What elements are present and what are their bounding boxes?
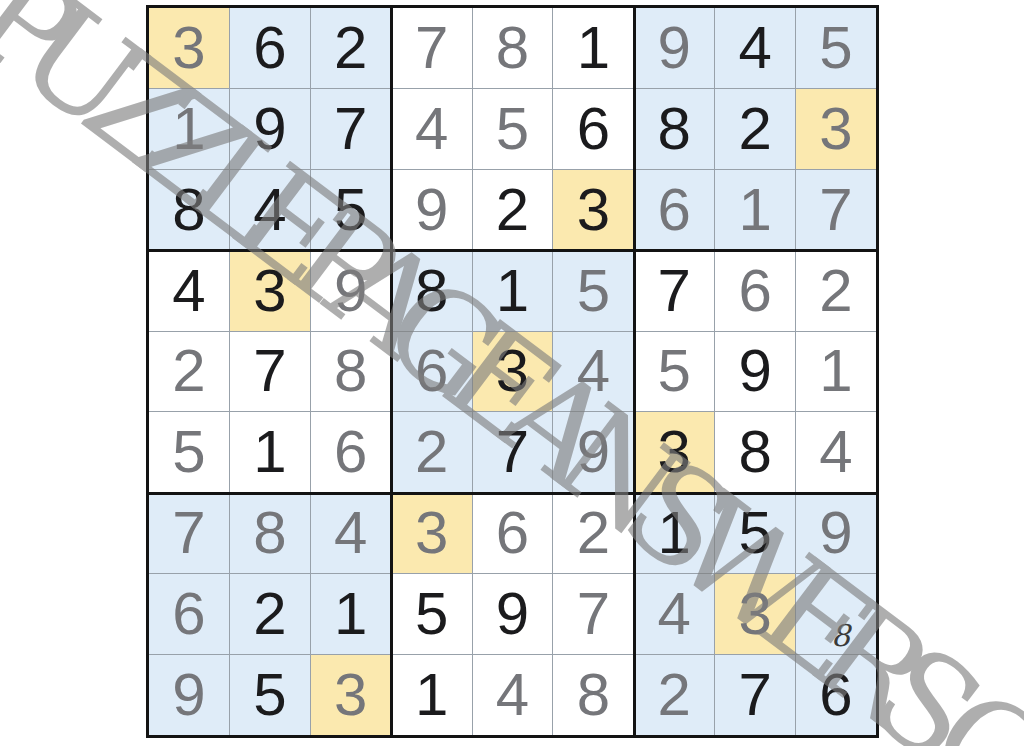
given-digit: 4 (253, 180, 286, 240)
given-digit: 8 (415, 261, 448, 321)
cell-r9c7[interactable]: 2 (634, 655, 714, 735)
given-digit: 1 (577, 18, 610, 78)
cell-r6c3[interactable]: 6 (311, 412, 391, 492)
cell-r8c4[interactable]: 5 (392, 574, 472, 654)
cell-r1c2[interactable]: 6 (230, 8, 310, 88)
cell-r4c9[interactable]: 2 (796, 251, 876, 331)
answer-digit: 2 (819, 261, 852, 321)
given-digit: 9 (253, 99, 286, 159)
cell-r5c1[interactable]: 2 (149, 332, 229, 412)
answer-digit: 3 (172, 18, 205, 78)
cell-r9c8[interactable]: 7 (715, 655, 795, 735)
cell-r5c4[interactable]: 6 (392, 332, 472, 412)
answer-digit: 9 (819, 503, 852, 563)
given-digit: 1 (496, 261, 529, 321)
cell-r5c8[interactable]: 9 (715, 332, 795, 412)
answer-digit: 4 (334, 503, 367, 563)
cell-r2c5[interactable]: 5 (473, 89, 553, 169)
answer-digit: 9 (658, 18, 691, 78)
thick-vertical-line-1 (390, 8, 393, 735)
cell-r3c1[interactable]: 8 (149, 170, 229, 250)
answer-digit: 7 (415, 18, 448, 78)
cell-r6c8[interactable]: 8 (715, 412, 795, 492)
answer-digit: 3 (334, 665, 367, 725)
cell-r1c1[interactable]: 3 (149, 8, 229, 88)
cell-r3c2[interactable]: 4 (230, 170, 310, 250)
cell-r7c2[interactable]: 8 (230, 493, 310, 573)
cell-r7c9[interactable]: 9 (796, 493, 876, 573)
cell-r9c3[interactable]: 3 (311, 655, 391, 735)
cell-r3c6[interactable]: 3 (553, 170, 633, 250)
given-digit: 8 (658, 99, 691, 159)
cell-r4c8[interactable]: 6 (715, 251, 795, 331)
answer-digit: 8 (577, 665, 610, 725)
given-digit: 7 (658, 261, 691, 321)
cell-r1c9[interactable]: 5 (796, 8, 876, 88)
cell-r3c3[interactable]: 5 (311, 170, 391, 250)
cell-r1c4[interactable]: 7 (392, 8, 472, 88)
given-digit: 2 (334, 18, 367, 78)
given-digit: 6 (577, 99, 610, 159)
cell-r2c1[interactable]: 1 (149, 89, 229, 169)
cell-r5c2[interactable]: 7 (230, 332, 310, 412)
answer-digit: 5 (658, 341, 691, 401)
cell-r8c1[interactable]: 6 (149, 574, 229, 654)
cell-r7c4[interactable]: 3 (392, 493, 472, 573)
cell-r3c9[interactable]: 7 (796, 170, 876, 250)
cell-r6c7[interactable]: 3 (634, 412, 714, 492)
given-digit: 6 (819, 665, 852, 725)
cell-r1c3[interactable]: 2 (311, 8, 391, 88)
cell-r7c7[interactable]: 1 (634, 493, 714, 573)
given-digit: 5 (334, 180, 367, 240)
cell-r2c2[interactable]: 9 (230, 89, 310, 169)
given-digit: 5 (415, 584, 448, 644)
cell-r5c7[interactable]: 5 (634, 332, 714, 412)
answer-digit: 6 (738, 261, 771, 321)
given-digit: 8 (172, 180, 205, 240)
given-digit: 9 (738, 341, 771, 401)
answer-digit: 2 (577, 503, 610, 563)
cell-r7c6[interactable]: 2 (553, 493, 633, 573)
answer-digit: 4 (415, 99, 448, 159)
given-digit: 8 (738, 422, 771, 482)
cell-r1c7[interactable]: 9 (634, 8, 714, 88)
given-digit: 2 (253, 584, 286, 644)
given-digit: 3 (658, 422, 691, 482)
answer-digit: 6 (334, 422, 367, 482)
cell-r4c1[interactable]: 4 (149, 251, 229, 331)
cell-r2c7[interactable]: 8 (634, 89, 714, 169)
answer-digit: 2 (172, 341, 205, 401)
sudoku-board: 3627819451974568238459236174398157622786… (146, 5, 879, 738)
answer-digit: 8 (334, 341, 367, 401)
cell-r8c7[interactable]: 4 (634, 574, 714, 654)
answer-digit: 1 (172, 99, 205, 159)
cell-r8c6[interactable]: 7 (553, 574, 633, 654)
answer-digit: 7 (819, 180, 852, 240)
answer-digit: 5 (172, 422, 205, 482)
cell-r3c7[interactable]: 6 (634, 170, 714, 250)
cell-r4c5[interactable]: 1 (473, 251, 553, 331)
answer-digit: 3 (738, 584, 771, 644)
cell-r3c5[interactable]: 2 (473, 170, 553, 250)
given-digit: 4 (172, 261, 205, 321)
given-digit: 4 (738, 18, 771, 78)
given-digit: 1 (253, 422, 286, 482)
cell-r7c1[interactable]: 7 (149, 493, 229, 573)
answer-digit: 4 (658, 584, 691, 644)
given-digit: 3 (577, 180, 610, 240)
answer-digit: 3 (819, 99, 852, 159)
given-digit: 7 (738, 665, 771, 725)
cell-r8c2[interactable]: 2 (230, 574, 310, 654)
answer-digit: 9 (334, 261, 367, 321)
given-digit: 1 (658, 503, 691, 563)
cell-r6c4[interactable]: 2 (392, 412, 472, 492)
answer-digit: 3 (415, 503, 448, 563)
given-digit: 7 (334, 99, 367, 159)
cell-r5c6[interactable]: 4 (553, 332, 633, 412)
cell-r9c9[interactable]: 6 (796, 655, 876, 735)
answer-digit: 6 (172, 584, 205, 644)
cell-r4c3[interactable]: 9 (311, 251, 391, 331)
cell-r6c5[interactable]: 7 (473, 412, 553, 492)
pencil-mark: 8 (831, 621, 850, 651)
answer-digit: 9 (172, 665, 205, 725)
answer-digit: 8 (496, 18, 529, 78)
cell-r4c6[interactable]: 5 (553, 251, 633, 331)
thick-vertical-line-2 (633, 8, 636, 735)
cell-r5c9[interactable]: 1 (796, 332, 876, 412)
cell-r1c8[interactable]: 4 (715, 8, 795, 88)
cell-r6c9[interactable]: 4 (796, 412, 876, 492)
cell-r8c9[interactable]: 8 (796, 574, 876, 654)
cell-r9c5[interactable]: 4 (473, 655, 553, 735)
cell-r9c6[interactable]: 8 (553, 655, 633, 735)
cell-r5c5[interactable]: 3 (473, 332, 553, 412)
answer-digit: 4 (577, 341, 610, 401)
cell-r8c5[interactable]: 9 (473, 574, 553, 654)
given-digit: 3 (496, 341, 529, 401)
cell-r9c4[interactable]: 1 (392, 655, 472, 735)
answer-digit: 5 (819, 18, 852, 78)
cell-r9c1[interactable]: 9 (149, 655, 229, 735)
cell-r4c7[interactable]: 7 (634, 251, 714, 331)
cell-r8c3[interactable]: 1 (311, 574, 391, 654)
answer-digit: 5 (496, 99, 529, 159)
cell-r4c2[interactable]: 3 (230, 251, 310, 331)
cell-r1c6[interactable]: 1 (553, 8, 633, 88)
cell-r7c8[interactable]: 5 (715, 493, 795, 573)
answer-digit: 7 (577, 584, 610, 644)
given-digit: 7 (496, 422, 529, 482)
answer-digit: 2 (415, 422, 448, 482)
given-digit: 6 (253, 18, 286, 78)
answer-digit: 9 (415, 180, 448, 240)
cell-r2c9[interactable]: 3 (796, 89, 876, 169)
thick-horizontal-line-1 (149, 249, 876, 252)
cell-r3c4[interactable]: 9 (392, 170, 472, 250)
answer-digit: 6 (415, 341, 448, 401)
answer-digit: 4 (496, 665, 529, 725)
given-digit: 9 (496, 584, 529, 644)
given-digit: 3 (253, 261, 286, 321)
answer-digit: 7 (172, 503, 205, 563)
given-digit: 5 (738, 503, 771, 563)
answer-digit: 6 (496, 503, 529, 563)
answer-digit: 2 (658, 665, 691, 725)
answer-digit: 9 (577, 422, 610, 482)
cell-r2c4[interactable]: 4 (392, 89, 472, 169)
answer-digit: 1 (738, 180, 771, 240)
cell-r3c8[interactable]: 1 (715, 170, 795, 250)
answer-digit: 1 (819, 341, 852, 401)
cell-r7c5[interactable]: 6 (473, 493, 553, 573)
cell-r6c2[interactable]: 1 (230, 412, 310, 492)
answer-digit: 8 (253, 503, 286, 563)
cell-r5c3[interactable]: 8 (311, 332, 391, 412)
given-digit: 1 (334, 584, 367, 644)
given-digit: 2 (738, 99, 771, 159)
cell-r2c8[interactable]: 2 (715, 89, 795, 169)
cell-r7c3[interactable]: 4 (311, 493, 391, 573)
cell-r2c3[interactable]: 7 (311, 89, 391, 169)
given-digit: 7 (253, 341, 286, 401)
cell-r9c2[interactable]: 5 (230, 655, 310, 735)
cell-r1c5[interactable]: 8 (473, 8, 553, 88)
cell-r2c6[interactable]: 6 (553, 89, 633, 169)
thick-horizontal-line-2 (149, 492, 876, 495)
given-digit: 1 (415, 665, 448, 725)
answer-digit: 6 (658, 180, 691, 240)
cell-r8c8[interactable]: 3 (715, 574, 795, 654)
answer-digit: 5 (577, 261, 610, 321)
answer-digit: 4 (819, 422, 852, 482)
cell-r6c6[interactable]: 9 (553, 412, 633, 492)
cell-r4c4[interactable]: 8 (392, 251, 472, 331)
given-digit: 2 (496, 180, 529, 240)
cell-r6c1[interactable]: 5 (149, 412, 229, 492)
given-digit: 5 (253, 665, 286, 725)
